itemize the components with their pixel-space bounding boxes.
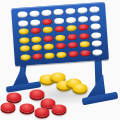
cell-r6c7[interactable] bbox=[91, 48, 104, 57]
yellow-disc bbox=[18, 28, 29, 35]
connect-four-scene: Connect Four board game with red and yel… bbox=[0, 0, 120, 120]
empty-hole bbox=[29, 10, 40, 17]
yellow-disc bbox=[43, 43, 54, 50]
red-disc bbox=[32, 53, 43, 60]
game-board bbox=[11, 2, 109, 66]
empty-hole bbox=[53, 9, 64, 16]
yellow-disc bbox=[44, 52, 55, 59]
empty-hole bbox=[77, 7, 88, 14]
cell-r6c4[interactable] bbox=[55, 50, 68, 59]
red-loose-disc bbox=[1, 103, 16, 112]
red-disc bbox=[79, 32, 90, 39]
red-disc bbox=[78, 24, 89, 31]
empty-hole bbox=[90, 23, 101, 30]
empty-hole bbox=[89, 6, 100, 13]
yellow-disc bbox=[31, 44, 42, 51]
empty-hole bbox=[18, 20, 29, 27]
cell-r6c3[interactable] bbox=[43, 51, 56, 60]
red-disc bbox=[55, 43, 66, 50]
cell-r6c1[interactable] bbox=[19, 53, 32, 62]
yellow-disc bbox=[42, 27, 53, 34]
empty-hole bbox=[66, 16, 77, 23]
empty-hole bbox=[91, 32, 102, 39]
empty-hole bbox=[89, 15, 100, 22]
empty-hole bbox=[30, 19, 41, 26]
yellow-disc bbox=[56, 51, 67, 58]
empty-hole bbox=[65, 8, 76, 15]
yellow-disc bbox=[20, 54, 31, 61]
red-loose-disc bbox=[7, 93, 22, 102]
empty-hole bbox=[41, 10, 52, 17]
empty-hole bbox=[54, 17, 65, 24]
yellow-disc bbox=[79, 41, 90, 48]
yellow-disc bbox=[31, 36, 42, 43]
red-disc bbox=[43, 35, 54, 42]
board-grid bbox=[16, 5, 103, 62]
yellow-disc bbox=[19, 37, 30, 44]
red-disc bbox=[80, 49, 91, 56]
empty-hole bbox=[17, 11, 28, 18]
empty-hole bbox=[78, 16, 89, 23]
yellow-loose-disc bbox=[73, 84, 88, 93]
red-disc bbox=[67, 42, 78, 49]
red-disc bbox=[54, 26, 65, 33]
red-loose-disc bbox=[52, 105, 67, 114]
empty-hole bbox=[92, 49, 103, 56]
red-disc bbox=[68, 50, 79, 57]
cell-r6c6[interactable] bbox=[79, 48, 92, 57]
red-loose-disc bbox=[30, 90, 45, 99]
red-disc bbox=[67, 33, 78, 40]
cell-r6c5[interactable] bbox=[67, 49, 80, 58]
red-loose-disc bbox=[35, 108, 50, 117]
red-disc bbox=[30, 27, 41, 34]
red-disc bbox=[42, 18, 53, 25]
cell-r6c2[interactable] bbox=[31, 52, 44, 61]
yellow-disc bbox=[19, 45, 30, 52]
red-loose-disc bbox=[20, 104, 35, 113]
yellow-disc bbox=[66, 25, 77, 32]
empty-hole bbox=[91, 40, 102, 47]
yellow-disc bbox=[55, 34, 66, 41]
